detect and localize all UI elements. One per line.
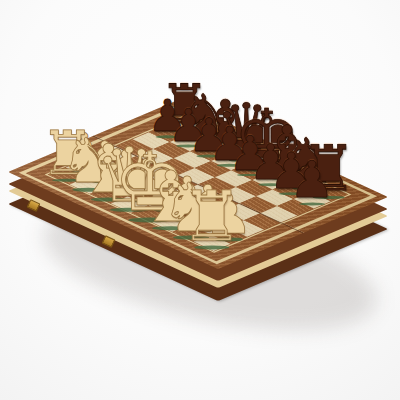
piece-black-pawn-h7: ♟ <box>289 156 334 207</box>
product-photo-scene: ♜♞♝♛♚♝♞♜♟♟♟♟♟♟♟♟♟♟♟♟♟♟♟♟♜♞♝♛♚♝♞♜ <box>0 0 400 400</box>
piece-white-rook-h1: ♜ <box>181 182 243 251</box>
